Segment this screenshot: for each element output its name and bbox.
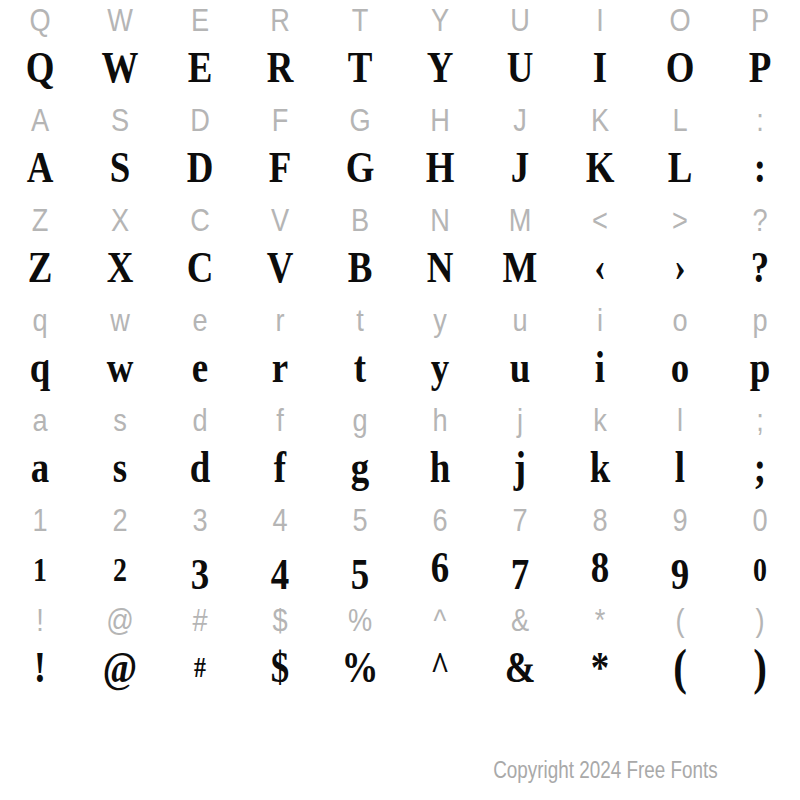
glyph-cell: # — [166, 595, 234, 645]
glyph-cell: Q — [7, 42, 73, 92]
glyph-cell: ) — [727, 642, 793, 692]
glyph-cell: h — [407, 442, 473, 492]
glyph-cell: Y — [406, 0, 474, 45]
glyph-cell: 2 — [86, 495, 154, 545]
glyph-cell: # — [167, 642, 233, 692]
glyph-cell: h — [406, 395, 474, 445]
glyph-cell: d — [167, 442, 233, 492]
glyph-cell: l — [647, 442, 713, 492]
glyph-cell: @ — [87, 642, 153, 692]
glyph-cell: W — [87, 42, 153, 92]
glyph-cell: B — [327, 242, 393, 292]
glyph-cell: 7 — [487, 549, 553, 599]
glyph-cell: X — [86, 195, 154, 245]
glyph-cell: M — [486, 195, 554, 245]
glyph-cell: < — [566, 195, 634, 245]
glyph-cell: T — [326, 0, 394, 45]
glyph-cell: i — [566, 295, 634, 345]
glyph-cell: F — [247, 142, 313, 192]
glyph-cell: 9 — [647, 549, 713, 599]
glyph-cell: C — [167, 242, 233, 292]
glyph-cell: R — [247, 42, 313, 92]
glyph-cell: V — [247, 242, 313, 292]
char-row-uppercase-zxcv-gray: Z X C V B N M < > ? — [0, 195, 800, 245]
glyph-cell: 7 — [486, 495, 554, 545]
glyph-cell: 5 — [327, 549, 393, 599]
glyph-cell: S — [87, 142, 153, 192]
glyph-cell: w — [87, 342, 153, 392]
char-row-lowercase-qwerty-black: q w e r t y u i o p — [0, 345, 800, 395]
glyph-cell: W — [86, 0, 154, 45]
char-row-uppercase-asdf-gray: A S D F G H J K L : — [0, 95, 800, 145]
glyph-cell: g — [327, 442, 393, 492]
glyph-cell: $ — [247, 642, 313, 692]
glyph-cell: V — [246, 195, 314, 245]
glyph-cell: r — [246, 295, 314, 345]
glyph-cell: y — [407, 342, 473, 392]
glyph-cell: r — [247, 342, 313, 392]
glyph-cell: ^ — [407, 642, 473, 692]
glyph-cell: ; — [726, 395, 794, 445]
glyph-cell: : — [727, 142, 793, 192]
glyph-cell: 9 — [646, 495, 714, 545]
glyph-cell: G — [327, 142, 393, 192]
glyph-cell: l — [646, 395, 714, 445]
glyph-cell: T — [327, 42, 393, 92]
glyph-cell: q — [7, 342, 73, 392]
glyph-cell: g — [326, 395, 394, 445]
glyph-cell: 2 — [87, 545, 153, 595]
char-row-uppercase-qwerty-gray: Q W E R T Y U I O P — [0, 0, 800, 45]
glyph-cell: I — [567, 42, 633, 92]
char-row-lowercase-asdf-gray: a s d f g h j k l ; — [0, 395, 800, 445]
glyph-cell: & — [486, 595, 554, 645]
glyph-cell: p — [727, 342, 793, 392]
glyph-cell: Y — [407, 42, 473, 92]
glyph-cell: U — [486, 0, 554, 45]
glyph-cell: f — [246, 395, 314, 445]
font-specimen-sheet: Q W E R T Y U I O P Q W E R T Y U I O P … — [0, 0, 800, 695]
glyph-cell: A — [7, 142, 73, 192]
glyph-cell: o — [646, 295, 714, 345]
glyph-cell: ? — [727, 242, 793, 292]
glyph-cell: p — [726, 295, 794, 345]
glyph-cell: A — [6, 95, 74, 145]
glyph-cell: Q — [6, 0, 74, 45]
glyph-cell: ? — [726, 195, 794, 245]
glyph-cell: 3 — [166, 495, 234, 545]
glyph-cell: * — [567, 642, 633, 692]
glyph-cell: 8 — [566, 495, 634, 545]
char-row-lowercase-qwerty-gray: q w e r t y u i o p — [0, 295, 800, 345]
glyph-cell: d — [166, 395, 234, 445]
glyph-cell: ! — [6, 595, 74, 645]
glyph-cell: Z — [6, 195, 74, 245]
glyph-cell: E — [167, 42, 233, 92]
glyph-cell: J — [487, 142, 553, 192]
glyph-cell: P — [726, 0, 794, 45]
glyph-cell: 6 — [406, 495, 474, 545]
glyph-cell: s — [86, 395, 154, 445]
glyph-cell: 6 — [407, 542, 473, 592]
glyph-cell: K — [566, 95, 634, 145]
glyph-cell: 4 — [246, 495, 314, 545]
glyph-cell: O — [646, 0, 714, 45]
glyph-cell: % — [326, 595, 394, 645]
glyph-cell: ^ — [406, 595, 474, 645]
glyph-cell: L — [647, 142, 713, 192]
glyph-cell: t — [326, 295, 394, 345]
glyph-cell: ; — [727, 442, 793, 492]
glyph-cell: S — [86, 95, 154, 145]
glyph-cell: D — [166, 95, 234, 145]
glyph-cell: % — [327, 642, 393, 692]
glyph-cell: u — [487, 342, 553, 392]
glyph-cell: F — [246, 95, 314, 145]
glyph-cell: H — [407, 142, 473, 192]
glyph-cell: u — [486, 295, 554, 345]
glyph-cell: * — [566, 595, 634, 645]
glyph-cell: 0 — [726, 495, 794, 545]
glyph-cell: w — [86, 295, 154, 345]
glyph-cell: 3 — [167, 549, 233, 599]
glyph-cell: $ — [246, 595, 314, 645]
char-row-symbols-black: ! @ # $ % ^ & * ( ) — [0, 645, 800, 695]
char-row-lowercase-asdf-black: a s d f g h j k l ; — [0, 445, 800, 495]
glyph-cell: 0 — [727, 545, 793, 595]
glyph-cell: K — [567, 142, 633, 192]
glyph-cell: › — [647, 242, 713, 292]
glyph-cell: q — [6, 295, 74, 345]
glyph-cell: o — [647, 342, 713, 392]
glyph-cell: : — [726, 95, 794, 145]
char-row-uppercase-qwerty-black: Q W E R T Y U I O P — [0, 45, 800, 95]
glyph-cell: 1 — [6, 495, 74, 545]
glyph-cell: ! — [7, 642, 73, 692]
glyph-cell: R — [246, 0, 314, 45]
glyph-cell: M — [487, 242, 553, 292]
glyph-cell: O — [647, 42, 713, 92]
glyph-cell: i — [567, 342, 633, 392]
glyph-cell: N — [406, 195, 474, 245]
glyph-cell: a — [6, 395, 74, 445]
glyph-cell: G — [326, 95, 394, 145]
glyph-cell: B — [326, 195, 394, 245]
glyph-cell: k — [567, 442, 633, 492]
glyph-cell: E — [166, 0, 234, 45]
glyph-cell: t — [327, 342, 393, 392]
copyright-text: Copyright 2024 Free Fonts — [494, 757, 718, 784]
glyph-cell: D — [167, 142, 233, 192]
glyph-cell: I — [566, 0, 634, 45]
glyph-cell: a — [7, 442, 73, 492]
glyph-cell: Z — [7, 242, 73, 292]
glyph-cell: J — [486, 95, 554, 145]
glyph-cell: y — [406, 295, 474, 345]
glyph-cell: ) — [726, 595, 794, 645]
glyph-cell: P — [727, 42, 793, 92]
glyph-cell: L — [646, 95, 714, 145]
char-row-symbols-gray: ! @ # $ % ^ & * ( ) — [0, 595, 800, 645]
char-row-uppercase-asdf-black: A S D F G H J K L : — [0, 145, 800, 195]
glyph-cell: 5 — [326, 495, 394, 545]
glyph-cell: & — [487, 642, 553, 692]
glyph-cell: C — [166, 195, 234, 245]
char-row-uppercase-zxcv-black: Z X C V B N M ‹ › ? — [0, 245, 800, 295]
glyph-cell: @ — [86, 595, 154, 645]
glyph-cell: s — [87, 442, 153, 492]
glyph-cell: j — [487, 442, 553, 492]
glyph-cell: f — [247, 442, 313, 492]
glyph-cell: ( — [646, 595, 714, 645]
glyph-cell: > — [646, 195, 714, 245]
glyph-cell: 1 — [7, 545, 73, 595]
glyph-cell: 4 — [247, 549, 313, 599]
glyph-cell: N — [407, 242, 473, 292]
glyph-cell: ( — [647, 642, 713, 692]
glyph-cell: 8 — [567, 542, 633, 592]
glyph-cell: H — [406, 95, 474, 145]
glyph-cell: e — [167, 342, 233, 392]
glyph-cell: e — [166, 295, 234, 345]
glyph-cell: U — [487, 42, 553, 92]
glyph-cell: k — [566, 395, 634, 445]
glyph-cell: ‹ — [567, 242, 633, 292]
glyph-cell: j — [486, 395, 554, 445]
glyph-cell: X — [87, 242, 153, 292]
char-row-digits-gray: 1 2 3 4 5 6 7 8 9 0 — [0, 495, 800, 545]
char-row-digits-black: 1 2 3 4 5 6 7 8 9 0 — [0, 545, 800, 595]
